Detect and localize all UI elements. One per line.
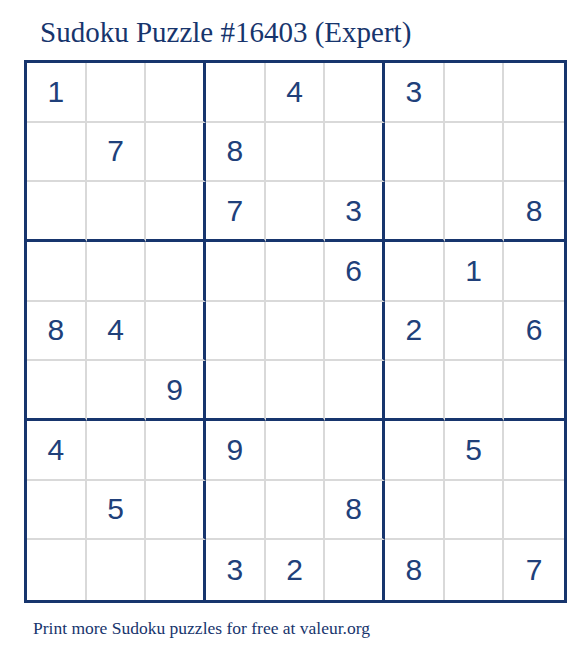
cell-r9c2-empty (87, 540, 147, 600)
cell-r6c8-empty (445, 361, 505, 421)
cell-r9c8-empty (445, 540, 505, 600)
cell-r7c4-given-9: 9 (206, 421, 266, 481)
cell-r4c8-given-1: 1 (445, 242, 505, 302)
cell-r2c2-given-7: 7 (87, 123, 147, 183)
cell-r2c3-empty (146, 123, 206, 183)
cell-r8c6-given-8: 8 (325, 481, 385, 541)
cell-r2c5-empty (266, 123, 326, 183)
cell-r3c6-given-3: 3 (325, 182, 385, 242)
cell-r4c4-empty (206, 242, 266, 302)
cell-r7c9-empty (504, 421, 564, 481)
cell-r6c2-empty (87, 361, 147, 421)
cell-r5c6-empty (325, 302, 385, 362)
sudoku-board: 143787386184269495583287 (24, 60, 567, 603)
cell-r2c8-empty (445, 123, 505, 183)
cell-r3c1-empty (27, 182, 87, 242)
cell-r4c6-given-6: 6 (325, 242, 385, 302)
cell-r3c3-empty (146, 182, 206, 242)
cell-r9c9-given-7: 7 (504, 540, 564, 600)
cell-r5c1-given-8: 8 (27, 302, 87, 362)
cell-r6c3-given-9: 9 (146, 361, 206, 421)
cell-r8c2-given-5: 5 (87, 481, 147, 541)
cell-r1c7-given-3: 3 (385, 63, 445, 123)
cell-r9c7-given-8: 8 (385, 540, 445, 600)
cell-r6c1-empty (27, 361, 87, 421)
cell-r8c4-empty (206, 481, 266, 541)
cell-r8c1-empty (27, 481, 87, 541)
cell-r3c4-given-7: 7 (206, 182, 266, 242)
cell-r1c2-empty (87, 63, 147, 123)
cell-r1c5-given-4: 4 (266, 63, 326, 123)
cell-r3c2-empty (87, 182, 147, 242)
cell-r7c5-empty (266, 421, 326, 481)
cell-r9c3-empty (146, 540, 206, 600)
cell-r5c5-empty (266, 302, 326, 362)
cell-r1c8-empty (445, 63, 505, 123)
cell-r4c9-empty (504, 242, 564, 302)
cell-r1c6-empty (325, 63, 385, 123)
cell-r8c3-empty (146, 481, 206, 541)
cell-r6c5-empty (266, 361, 326, 421)
cell-r5c9-given-6: 6 (504, 302, 564, 362)
cell-r5c3-empty (146, 302, 206, 362)
cell-r6c7-empty (385, 361, 445, 421)
page-title: Sudoku Puzzle #16403 (Expert) (40, 17, 411, 49)
cell-r1c3-empty (146, 63, 206, 123)
cell-r7c1-given-4: 4 (27, 421, 87, 481)
cell-r5c8-empty (445, 302, 505, 362)
sudoku-page: Sudoku Puzzle #16403 (Expert) 1437873861… (0, 0, 580, 651)
cell-r3c5-empty (266, 182, 326, 242)
cell-r4c7-empty (385, 242, 445, 302)
cell-r1c1-given-1: 1 (27, 63, 87, 123)
cell-r5c7-given-2: 2 (385, 302, 445, 362)
cell-r9c4-given-3: 3 (206, 540, 266, 600)
cell-r7c2-empty (87, 421, 147, 481)
cell-r8c9-empty (504, 481, 564, 541)
cell-r9c6-empty (325, 540, 385, 600)
cell-r7c7-empty (385, 421, 445, 481)
cell-r9c5-given-2: 2 (266, 540, 326, 600)
cell-r4c1-empty (27, 242, 87, 302)
cell-r2c1-empty (27, 123, 87, 183)
cell-r3c9-given-8: 8 (504, 182, 564, 242)
cell-r2c7-empty (385, 123, 445, 183)
cell-r2c6-empty (325, 123, 385, 183)
cell-r1c4-empty (206, 63, 266, 123)
cell-r5c2-given-4: 4 (87, 302, 147, 362)
cell-r7c8-given-5: 5 (445, 421, 505, 481)
cell-r5c4-empty (206, 302, 266, 362)
cell-r8c7-empty (385, 481, 445, 541)
footer-text: Print more Sudoku puzzles for free at va… (33, 618, 370, 639)
cell-r6c4-empty (206, 361, 266, 421)
cell-r2c4-given-8: 8 (206, 123, 266, 183)
cell-r3c8-empty (445, 182, 505, 242)
cell-r8c8-empty (445, 481, 505, 541)
cell-r6c9-empty (504, 361, 564, 421)
cell-r4c3-empty (146, 242, 206, 302)
cell-r8c5-empty (266, 481, 326, 541)
cell-r3c7-empty (385, 182, 445, 242)
cell-r6c6-empty (325, 361, 385, 421)
cell-r7c3-empty (146, 421, 206, 481)
cell-r2c9-empty (504, 123, 564, 183)
cell-r7c6-empty (325, 421, 385, 481)
cell-r4c2-empty (87, 242, 147, 302)
cell-r9c1-empty (27, 540, 87, 600)
cell-r1c9-empty (504, 63, 564, 123)
cell-r4c5-empty (266, 242, 326, 302)
